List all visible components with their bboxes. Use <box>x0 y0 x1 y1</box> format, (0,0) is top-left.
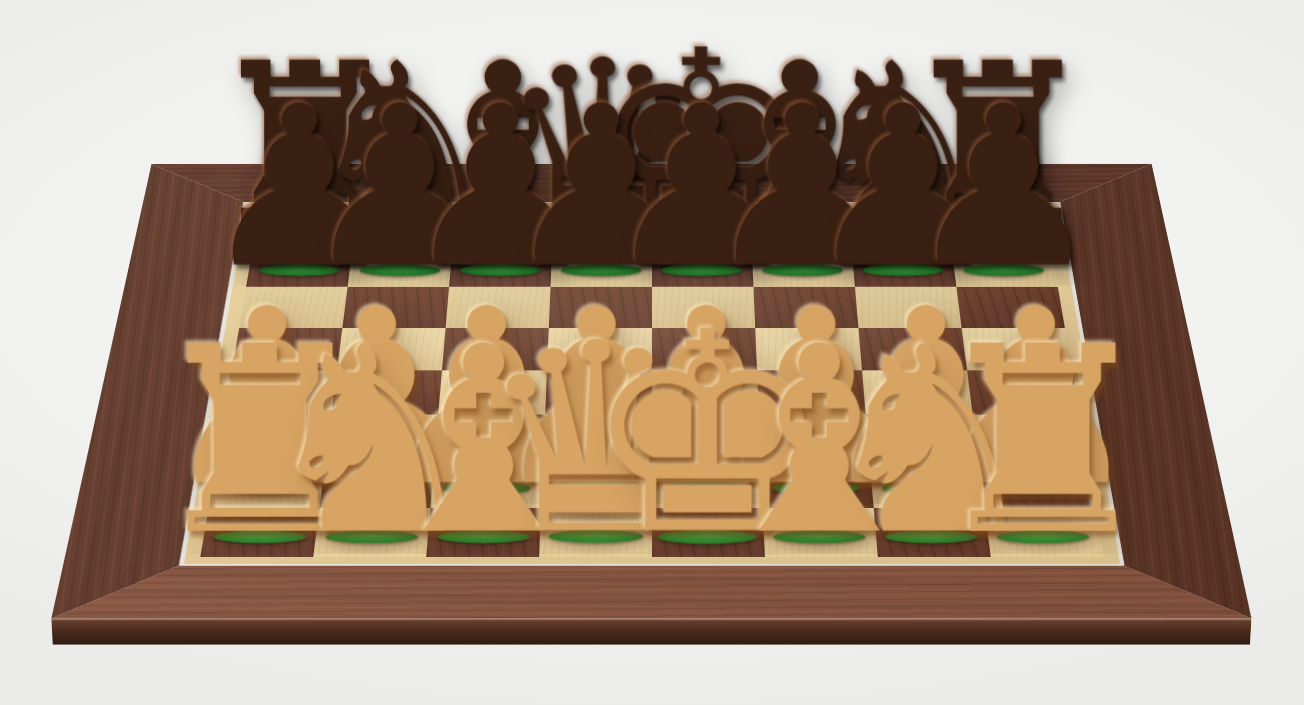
chess-board: ♜♞♝♛♚♝♞♜♟♟♟♟♟♟♟♟♟♟♟♟♟♟♟♟♜♞♝♛♚♝♞♜ <box>51 164 1251 618</box>
piece-white-rook-h1[interactable]: ♜ <box>927 312 1158 570</box>
scene: ♜♞♝♛♚♝♞♜♟♟♟♟♟♟♟♟♟♟♟♟♟♟♟♟♜♞♝♛♚♝♞♜ <box>0 0 1304 705</box>
board-front-edge <box>51 618 1251 644</box>
